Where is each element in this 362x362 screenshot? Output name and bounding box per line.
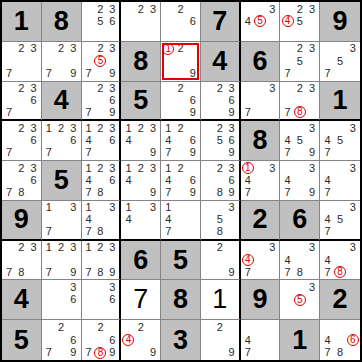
candidates: 23689 <box>201 161 239 200</box>
cell-r9c5[interactable]: 3 <box>161 320 201 360</box>
cell-r5c1[interactable]: 23678 <box>2 161 42 201</box>
candidate-4: 4 <box>162 174 174 186</box>
candidate-1: 1 <box>162 122 174 134</box>
candidate-8-circled: 8 <box>334 266 346 278</box>
candidate-2: 2 <box>174 83 186 95</box>
candidate-4: 4 <box>321 334 334 347</box>
candidate-3: 3 <box>106 122 118 134</box>
candidate-3: 3 <box>106 83 118 95</box>
candidate-2: 2 <box>94 242 106 254</box>
candidate-4: 4 <box>162 135 174 147</box>
given-digit: 8 <box>42 2 81 41</box>
cell-r8c4[interactable]: 7 <box>121 280 161 320</box>
cell-r4c4[interactable]: 12349 <box>121 121 161 161</box>
candidate-5-circled: 5 <box>254 15 266 27</box>
candidate-6: 6 <box>67 135 79 147</box>
candidate-2: 2 <box>135 122 147 134</box>
cell-r2c5[interactable]: 129 <box>161 42 201 82</box>
candidate-9: 9 <box>306 187 318 199</box>
candidate-3: 3 <box>147 122 159 134</box>
cell-r4c3[interactable]: 123467 <box>82 121 122 161</box>
cell-r9c3[interactable]: 26789 <box>82 320 122 360</box>
candidate-6: 6 <box>106 294 118 306</box>
candidates: 2379 <box>42 42 81 81</box>
cell-r8c6[interactable]: 1 <box>201 280 241 320</box>
candidate-9: 9 <box>67 266 79 278</box>
candidate-4: 4 <box>281 254 293 266</box>
candidate-3: 3 <box>346 122 359 134</box>
candidate-6: 6 <box>106 135 118 147</box>
candidate-2: 2 <box>214 162 226 174</box>
candidates: 2367 <box>2 121 41 160</box>
given-digit: 1 <box>2 2 41 41</box>
cell-r9c1[interactable]: 5 <box>2 320 42 360</box>
cell-r4c9[interactable]: 3457 <box>320 121 360 161</box>
candidate-3: 3 <box>226 83 238 95</box>
cell-r4c1[interactable]: 2367 <box>2 121 42 161</box>
cell-r7c3[interactable]: 123789 <box>82 241 122 281</box>
candidates: 123789 <box>82 241 120 280</box>
candidate-7: 7 <box>83 67 95 79</box>
candidate-9: 9 <box>187 106 199 118</box>
cell-r6c5[interactable]: 147 <box>161 201 201 241</box>
candidates: 137 <box>42 201 81 239</box>
candidates: 345 <box>241 2 280 41</box>
candidate-1: 1 <box>122 162 134 174</box>
candidates: 29 <box>201 320 239 360</box>
candidate-9: 9 <box>226 346 238 359</box>
cell-r3c8[interactable]: 2378 <box>280 82 320 122</box>
given-digit: 9 <box>2 201 41 239</box>
cell-r9c6[interactable]: 29 <box>201 320 241 360</box>
given-digit: 6 <box>280 201 319 239</box>
candidate-1: 1 <box>83 162 95 174</box>
candidate-8: 8 <box>15 187 27 199</box>
candidate-9: 9 <box>187 147 199 159</box>
candidates: 2369 <box>201 82 239 120</box>
candidate-2: 2 <box>15 162 27 174</box>
candidate-2: 2 <box>174 122 186 134</box>
candidate-5: 5 <box>294 135 306 147</box>
given-digit: 6 <box>241 42 280 81</box>
cell-r6c8[interactable]: 6 <box>280 201 320 241</box>
candidate-3: 3 <box>67 43 79 55</box>
candidate-7: 7 <box>83 226 95 238</box>
candidate-4: 4 <box>281 174 293 186</box>
candidate-3: 3 <box>226 122 238 134</box>
candidate-9: 9 <box>306 147 318 159</box>
candidate-7: 7 <box>321 147 334 159</box>
candidate-6: 6 <box>28 94 40 106</box>
candidate-6: 6 <box>106 94 118 106</box>
candidate-2: 2 <box>214 242 226 254</box>
candidate-7: 7 <box>321 187 334 199</box>
candidate-9: 9 <box>147 187 159 199</box>
candidates: 237 <box>2 42 41 81</box>
cell-r6c4[interactable]: 134 <box>121 201 161 241</box>
cell-r6c9[interactable]: 3457 <box>320 201 360 241</box>
candidates: 2356 <box>82 2 120 41</box>
candidate-3: 3 <box>106 242 118 254</box>
cell-r3c7[interactable]: 37 <box>241 82 281 122</box>
candidate-5: 5 <box>214 214 226 226</box>
given-digit: 2 <box>320 280 360 319</box>
candidate-6: 6 <box>187 94 199 106</box>
candidate-1: 1 <box>83 122 95 134</box>
cell-r1c3[interactable]: 2356 <box>82 2 122 42</box>
candidate-7: 7 <box>43 226 55 238</box>
candidate-2: 2 <box>214 321 226 334</box>
candidates: 3457 <box>320 201 360 239</box>
candidate-7: 7 <box>162 187 174 199</box>
cell-r3c1[interactable]: 2367 <box>2 82 42 122</box>
cell-r1c8[interactable]: 2345 <box>280 2 320 42</box>
candidate-3: 3 <box>306 3 318 15</box>
candidates: 13478 <box>82 201 120 239</box>
candidate-2: 2 <box>55 242 67 254</box>
candidate-1-circled: 1 <box>242 162 254 174</box>
candidate-9: 9 <box>187 187 199 199</box>
candidate-1: 1 <box>162 202 174 214</box>
cell-r1c7[interactable]: 345 <box>241 2 281 42</box>
candidates: 147 <box>161 201 200 239</box>
candidate-3: 3 <box>306 122 318 134</box>
candidate-7: 7 <box>3 187 15 199</box>
candidate-6: 6 <box>28 135 40 147</box>
candidates: 2378 <box>280 82 319 120</box>
candidate-3: 3 <box>67 281 79 293</box>
candidate-6: 6 <box>28 174 40 186</box>
candidate-7: 7 <box>83 266 95 278</box>
cell-r9c8[interactable]: 1 <box>280 320 320 360</box>
cell-r9c2[interactable]: 2679 <box>42 320 82 360</box>
candidate-3: 3 <box>147 3 159 15</box>
candidate-8: 8 <box>334 346 347 359</box>
candidate-7: 7 <box>242 106 254 118</box>
candidate-3: 3 <box>226 202 238 214</box>
candidates: 12367 <box>42 121 81 160</box>
candidate-7: 7 <box>43 346 55 359</box>
candidate-9: 9 <box>147 147 159 159</box>
cell-r2c1[interactable]: 237 <box>2 42 42 82</box>
candidate-7: 7 <box>162 226 174 238</box>
candidates: 134 <box>121 201 160 239</box>
candidate-5: 5 <box>214 135 226 147</box>
cell-r8c3[interactable]: 36 <box>82 280 122 320</box>
cell-r8c1[interactable]: 4 <box>2 280 42 320</box>
candidate-7: 7 <box>281 266 293 278</box>
cell-r1c2[interactable]: 8 <box>42 2 82 42</box>
candidate-4: 4 <box>321 254 334 266</box>
candidates: 269 <box>161 82 200 120</box>
candidate-9: 9 <box>67 346 79 359</box>
candidate-7: 7 <box>321 226 334 238</box>
candidates: 357 <box>320 42 360 81</box>
cell-r6c3[interactable]: 13478 <box>82 201 122 241</box>
cell-r5c5[interactable]: 124679 <box>161 161 201 201</box>
candidate-3: 3 <box>106 281 118 293</box>
cell-r5c8[interactable]: 3479 <box>280 161 320 201</box>
cell-r8c5[interactable]: 8 <box>161 280 201 320</box>
cell-r8c2[interactable]: 36 <box>42 280 82 320</box>
candidate-8: 8 <box>94 266 106 278</box>
cell-r4c8[interactable]: 34579 <box>280 121 320 161</box>
candidate-3: 3 <box>266 242 278 254</box>
candidate-6: 6 <box>106 334 118 347</box>
cell-r2c8[interactable]: 2357 <box>280 42 320 82</box>
cell-r2c2[interactable]: 2379 <box>42 42 82 82</box>
candidate-5: 5 <box>294 15 306 27</box>
cell-r4c7[interactable]: 8 <box>241 121 281 161</box>
cell-r8c8[interactable]: 35 <box>280 280 320 320</box>
candidate-2: 2 <box>294 43 306 55</box>
candidate-3: 3 <box>28 122 40 134</box>
candidate-3: 3 <box>306 83 318 95</box>
candidate-3: 3 <box>306 242 318 254</box>
candidate-5: 5 <box>94 15 106 27</box>
candidate-2: 2 <box>294 3 306 15</box>
candidate-5-circled: 5 <box>94 55 106 67</box>
cell-r6c2[interactable]: 137 <box>42 201 82 241</box>
candidates: 4678 <box>320 320 360 360</box>
candidates: 23579 <box>82 42 120 81</box>
cell-r7c2[interactable]: 12379 <box>42 241 82 281</box>
candidate-7: 7 <box>321 266 334 278</box>
candidate-6: 6 <box>187 174 199 186</box>
candidate-3: 3 <box>346 202 359 214</box>
candidate-6: 6 <box>226 94 238 106</box>
candidate-3: 3 <box>67 122 79 134</box>
candidate-2: 2 <box>15 83 27 95</box>
candidate-8: 8 <box>94 226 106 238</box>
candidate-7: 7 <box>321 346 334 359</box>
candidate-7: 7 <box>83 106 95 118</box>
cell-r6c6[interactable]: 358 <box>201 201 241 241</box>
cell-r5c7[interactable]: 1347 <box>241 161 281 201</box>
candidate-9: 9 <box>106 106 118 118</box>
cell-r9c4[interactable]: 249 <box>121 320 161 360</box>
candidate-3: 3 <box>346 43 359 55</box>
candidate-1: 1 <box>83 242 95 254</box>
candidates: 1347 <box>241 161 280 200</box>
candidate-6: 6 <box>67 334 79 347</box>
candidate-6: 6 <box>106 15 118 27</box>
candidate-2: 2 <box>214 122 226 134</box>
cell-r8c9[interactable]: 2 <box>320 280 360 320</box>
candidate-9: 9 <box>67 67 79 79</box>
candidate-4-circled: 4 <box>282 15 294 27</box>
candidates: 129 <box>161 42 200 81</box>
candidate-8: 8 <box>294 266 306 278</box>
candidate-2: 2 <box>135 162 147 174</box>
cell-r4c6[interactable]: 23569 <box>201 121 241 161</box>
cell-r7c7[interactable]: 347 <box>241 241 281 281</box>
candidates: 12349 <box>121 161 160 200</box>
candidate-2: 2 <box>15 242 27 254</box>
candidates: 35 <box>280 280 319 319</box>
cell-r3c6[interactable]: 2369 <box>201 82 241 122</box>
candidate-7: 7 <box>162 147 174 159</box>
candidates: 2357 <box>280 42 319 81</box>
candidate-2: 2 <box>55 122 67 134</box>
candidate-1-circled: 1 <box>162 43 174 55</box>
candidate-2: 2 <box>214 83 226 95</box>
candidate-3: 3 <box>28 162 40 174</box>
cell-r6c7[interactable]: 2 <box>241 201 281 241</box>
candidates: 123467 <box>82 121 120 160</box>
candidate-2: 2 <box>174 162 186 174</box>
candidate-7: 7 <box>281 187 293 199</box>
candidate-7: 7 <box>3 106 15 118</box>
candidate-3: 3 <box>106 162 118 174</box>
candidate-7: 7 <box>43 266 55 278</box>
candidate-6: 6 <box>187 135 199 147</box>
candidates: 3457 <box>320 121 360 160</box>
cell-r3c3[interactable]: 23679 <box>82 82 122 122</box>
candidates: 2378 <box>2 241 41 280</box>
candidate-4: 4 <box>83 174 95 186</box>
cell-r2c4[interactable]: 8 <box>121 42 161 82</box>
candidates: 249 <box>121 320 160 360</box>
candidate-9: 9 <box>106 266 118 278</box>
cell-r1c5[interactable]: 26 <box>161 2 201 42</box>
candidate-4-circled: 4 <box>122 334 134 346</box>
candidate-4: 4 <box>281 135 293 147</box>
given-digit: 5 <box>2 320 41 360</box>
cell-r5c9[interactable]: 347 <box>320 161 360 201</box>
cell-r4c5[interactable]: 124679 <box>161 121 201 161</box>
candidates: 124679 <box>161 121 200 160</box>
cell-r2c7[interactable]: 6 <box>241 42 281 82</box>
candidate-7: 7 <box>321 67 334 79</box>
cell-r1c6[interactable]: 7 <box>201 2 241 42</box>
candidate-5: 5 <box>294 55 306 67</box>
candidates: 347 <box>320 161 360 200</box>
candidate-2: 2 <box>55 321 67 334</box>
candidate-2: 2 <box>15 43 27 55</box>
cell-r3c2[interactable]: 4 <box>42 82 82 122</box>
candidate-7: 7 <box>83 147 95 159</box>
given-digit: 1 <box>320 82 360 120</box>
candidate-9: 9 <box>106 67 118 79</box>
candidates: 12379 <box>42 241 81 280</box>
candidates: 2345 <box>280 2 319 41</box>
candidate-2: 2 <box>15 122 27 134</box>
candidate-6: 6 <box>226 135 238 147</box>
cell-r9c9[interactable]: 4678 <box>320 320 360 360</box>
candidate-4: 4 <box>242 15 254 27</box>
candidate-7: 7 <box>43 147 55 159</box>
given-digit: 4 <box>42 82 81 120</box>
candidate-3: 3 <box>266 162 278 174</box>
candidate-9: 9 <box>187 67 199 79</box>
candidate-4: 4 <box>321 174 334 186</box>
candidate-6-circled: 6 <box>347 334 359 346</box>
candidate-2: 2 <box>94 162 106 174</box>
candidate-6: 6 <box>67 294 79 306</box>
candidate-3: 3 <box>306 162 318 174</box>
cell-r2c6[interactable]: 4 <box>201 42 241 82</box>
candidate-3: 3 <box>67 242 79 254</box>
cell-r3c5[interactable]: 269 <box>161 82 201 122</box>
cell-r7c6[interactable]: 29 <box>201 241 241 281</box>
cell-r1c1[interactable]: 1 <box>2 2 42 42</box>
candidates: 358 <box>201 201 239 239</box>
cell-r9c7[interactable]: 47 <box>241 320 281 360</box>
candidate-8-circled: 8 <box>94 347 106 359</box>
cell-r5c4[interactable]: 12349 <box>121 161 161 201</box>
candidates: 26789 <box>82 320 120 360</box>
cell-r4c2[interactable]: 12367 <box>42 121 82 161</box>
candidate-9: 9 <box>106 346 118 359</box>
cell-r2c3[interactable]: 23579 <box>82 42 122 82</box>
given-digit: 9 <box>241 280 280 319</box>
candidate-3: 3 <box>147 162 159 174</box>
candidates: 124679 <box>161 161 200 200</box>
cell-r7c1[interactable]: 2378 <box>2 241 42 281</box>
cell-r2c9[interactable]: 357 <box>320 42 360 82</box>
candidate-3: 3 <box>106 43 118 55</box>
candidate-6: 6 <box>187 15 199 27</box>
cell-r1c9[interactable]: 9 <box>320 2 360 42</box>
candidates: 3478 <box>280 241 319 280</box>
given-digit: 2 <box>241 201 280 239</box>
cell-r5c2[interactable]: 5 <box>42 161 82 201</box>
cell-r7c4[interactable]: 6 <box>121 241 161 281</box>
given-digit: 4 <box>201 42 239 81</box>
cell-r6c1[interactable]: 9 <box>2 201 42 241</box>
candidate-3: 3 <box>28 43 40 55</box>
candidate-2: 2 <box>94 83 106 95</box>
candidate-2: 2 <box>94 43 106 55</box>
candidate-2: 2 <box>174 3 186 15</box>
candidates: 2679 <box>42 320 81 360</box>
candidate-1: 1 <box>43 242 55 254</box>
candidates: 34579 <box>280 121 319 160</box>
candidates: 37 <box>241 82 280 120</box>
candidate-7: 7 <box>242 187 254 199</box>
candidate-7: 7 <box>3 67 15 79</box>
cell-r7c9[interactable]: 3478 <box>320 241 360 281</box>
candidate-3: 3 <box>106 202 118 214</box>
candidates: 23 <box>121 2 160 41</box>
cell-r7c5[interactable]: 5 <box>161 241 201 281</box>
cell-r7c8[interactable]: 3478 <box>280 241 320 281</box>
candidates: 29 <box>201 241 239 280</box>
candidate-2: 2 <box>294 83 306 95</box>
given-digit: 6 <box>121 241 160 280</box>
cell-r8c7[interactable]: 9 <box>241 280 281 320</box>
candidate-8: 8 <box>94 187 106 199</box>
given-digit: 8 <box>241 121 280 160</box>
given-digit: 7 <box>201 2 239 41</box>
cell-r3c9[interactable]: 1 <box>320 82 360 122</box>
candidate-6: 6 <box>226 174 238 186</box>
cell-r5c3[interactable]: 1234678 <box>82 161 122 201</box>
cell-r1c4[interactable]: 23 <box>121 2 161 42</box>
given-digit: 3 <box>161 320 200 360</box>
cell-r5c6[interactable]: 23689 <box>201 161 241 201</box>
candidate-9: 9 <box>226 266 238 278</box>
candidate-4: 4 <box>242 174 254 186</box>
candidate-7: 7 <box>83 346 95 359</box>
candidates: 23569 <box>201 121 239 160</box>
cell-r3c4[interactable]: 5 <box>121 82 161 122</box>
candidate-9: 9 <box>226 187 238 199</box>
solved-digit: 1 <box>201 280 239 319</box>
candidate-7: 7 <box>83 187 95 199</box>
candidate-9: 9 <box>147 346 159 359</box>
